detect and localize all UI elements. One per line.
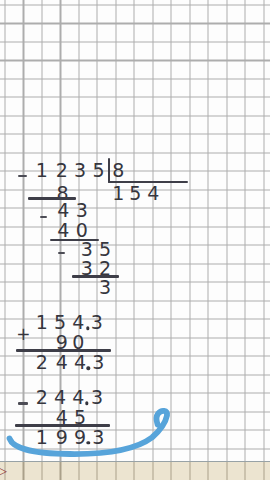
digit-glyph: 3 bbox=[99, 278, 111, 297]
digit-glyph: 3 bbox=[91, 313, 103, 332]
digit-glyph: 9 bbox=[74, 428, 86, 447]
digit-glyph: 1 bbox=[36, 313, 48, 332]
digit-glyph: 2 bbox=[56, 161, 68, 180]
expand-chevron-icon[interactable]: ▷ bbox=[0, 464, 7, 477]
digit-glyph: 3 bbox=[92, 353, 104, 372]
minus-sign-subtraction bbox=[18, 402, 28, 404]
digit-glyph: 1 bbox=[36, 428, 48, 447]
digit-glyph: 2 bbox=[36, 388, 48, 407]
digit-glyph: 4 bbox=[57, 221, 69, 240]
worksheet-screen: 123588154434035323+15439024432443451993 … bbox=[0, 0, 270, 480]
decimal-point bbox=[85, 402, 88, 405]
digit-glyph: 5 bbox=[92, 161, 104, 180]
addition-sum-line bbox=[16, 349, 111, 352]
decimal-point bbox=[87, 441, 90, 444]
minus-sign-division-2 bbox=[40, 216, 47, 218]
digit-glyph: 4 bbox=[72, 388, 84, 407]
digit-glyph: 8 bbox=[112, 161, 124, 180]
decimal-point bbox=[86, 327, 89, 330]
digit-glyph: 3 bbox=[76, 201, 88, 220]
digit-glyph: 4 bbox=[57, 201, 69, 220]
digit-glyph: 9 bbox=[56, 428, 68, 447]
division-vertical-bar bbox=[108, 158, 110, 183]
digit-glyph: 1 bbox=[36, 161, 48, 180]
decimal-point bbox=[87, 367, 90, 370]
minus-sign-division-3 bbox=[58, 252, 65, 254]
digit-glyph: 4 bbox=[72, 313, 84, 332]
digit-glyph: 3 bbox=[74, 161, 86, 180]
digit-glyph: 4 bbox=[147, 185, 159, 204]
digit-glyph: 2 bbox=[36, 353, 48, 372]
subtraction-result-line bbox=[15, 424, 111, 427]
digit-glyph: 4 bbox=[54, 388, 66, 407]
digit-glyph: 5 bbox=[129, 185, 141, 204]
digit-glyph: 3 bbox=[92, 428, 104, 447]
digit-glyph: 1 bbox=[112, 185, 124, 204]
digit-glyph: 4 bbox=[74, 353, 86, 372]
digit-glyph: 4 bbox=[56, 353, 68, 372]
ink-layer: 123588154434035323+15439024432443451993 bbox=[0, 0, 270, 461]
digit-glyph: 5 bbox=[54, 313, 66, 332]
division-step3-line bbox=[72, 275, 119, 277]
digit-glyph: 3 bbox=[91, 388, 103, 407]
minus-sign-division-1 bbox=[18, 175, 26, 177]
bottom-toolbar: ▷ bbox=[0, 461, 270, 480]
division-step1-line bbox=[28, 197, 76, 199]
operator-glyph: + bbox=[16, 326, 30, 343]
